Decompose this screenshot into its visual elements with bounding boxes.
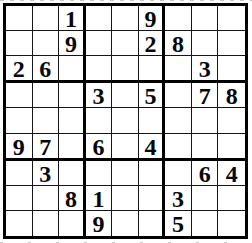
- cell-r2c7[interactable]: 8: [165, 31, 192, 56]
- given-digit: 5: [145, 84, 157, 108]
- cell-r1c9[interactable]: [218, 6, 245, 31]
- cell-r9c5[interactable]: [112, 211, 139, 236]
- cell-r6c7[interactable]: [165, 134, 192, 161]
- cell-r6c3[interactable]: [59, 134, 86, 161]
- given-digit: 6: [39, 57, 51, 81]
- cell-r9c6[interactable]: [139, 211, 166, 236]
- cell-r2c1[interactable]: [6, 31, 33, 56]
- cell-r3c9[interactable]: [218, 56, 245, 83]
- cell-r3c6[interactable]: [139, 56, 166, 83]
- cell-r6c4[interactable]: 6: [86, 134, 113, 161]
- cell-r3c8[interactable]: 3: [192, 56, 219, 83]
- sudoku-page: 199282633578976436481395: [0, 0, 252, 243]
- cell-r4c4[interactable]: 3: [86, 83, 113, 108]
- cell-r7c1[interactable]: [6, 161, 33, 186]
- cell-r7c2[interactable]: 3: [33, 161, 60, 186]
- cell-r1c3[interactable]: 1: [59, 6, 86, 31]
- cell-r9c1[interactable]: [6, 211, 33, 236]
- cell-r8c1[interactable]: [6, 186, 33, 211]
- cell-r3c7[interactable]: [165, 56, 192, 83]
- cell-r9c8[interactable]: [192, 211, 219, 236]
- given-digit: 2: [13, 57, 25, 81]
- cell-r2c2[interactable]: [33, 31, 60, 56]
- cell-r5c8[interactable]: [192, 108, 219, 133]
- given-digit: 8: [172, 32, 184, 56]
- cell-r6c6[interactable]: 4: [139, 134, 166, 161]
- given-digit: 3: [39, 162, 51, 186]
- cell-r5c5[interactable]: [112, 108, 139, 133]
- cell-r1c6[interactable]: 9: [139, 6, 166, 31]
- cell-r6c2[interactable]: 7: [33, 134, 60, 161]
- cell-r8c8[interactable]: [192, 186, 219, 211]
- page-top-dashed-line: [0, 0, 252, 1]
- cell-r7c8[interactable]: 6: [192, 161, 219, 186]
- cell-r5c1[interactable]: [6, 108, 33, 133]
- cell-r9c4[interactable]: 9: [86, 211, 113, 236]
- cell-r8c5[interactable]: [112, 186, 139, 211]
- given-digit: 7: [199, 84, 211, 108]
- given-digit: 1: [65, 7, 77, 31]
- cell-r8c4[interactable]: 1: [86, 186, 113, 211]
- cell-r4c5[interactable]: [112, 83, 139, 108]
- given-digit: 8: [65, 187, 77, 211]
- cell-r2c8[interactable]: [192, 31, 219, 56]
- cell-r5c7[interactable]: [165, 108, 192, 133]
- cell-r3c4[interactable]: [86, 56, 113, 83]
- cell-r7c3[interactable]: [59, 161, 86, 186]
- given-digit: 7: [39, 135, 51, 159]
- given-digit: 8: [226, 84, 238, 108]
- cell-r3c3[interactable]: [59, 56, 86, 83]
- cell-r2c5[interactable]: [112, 31, 139, 56]
- cell-r1c4[interactable]: [86, 6, 113, 31]
- given-digit: 6: [92, 135, 104, 159]
- cell-r4c2[interactable]: [33, 83, 60, 108]
- cell-r5c3[interactable]: [59, 108, 86, 133]
- cell-r2c4[interactable]: [86, 31, 113, 56]
- cell-r4c8[interactable]: 7: [192, 83, 219, 108]
- given-digit: 3: [172, 187, 184, 211]
- cell-r1c1[interactable]: [6, 6, 33, 31]
- given-digit: 3: [199, 57, 211, 81]
- cell-r5c2[interactable]: [33, 108, 60, 133]
- given-digit: 3: [92, 84, 104, 108]
- cell-r4c6[interactable]: 5: [139, 83, 166, 108]
- cell-r8c6[interactable]: [139, 186, 166, 211]
- cell-r1c8[interactable]: [192, 6, 219, 31]
- cell-r7c9[interactable]: 4: [218, 161, 245, 186]
- cell-r9c2[interactable]: [33, 211, 60, 236]
- cell-r6c5[interactable]: [112, 134, 139, 161]
- cell-r4c3[interactable]: [59, 83, 86, 108]
- given-digit: 1: [92, 187, 104, 211]
- cell-r1c7[interactable]: [165, 6, 192, 31]
- cell-r2c9[interactable]: [218, 31, 245, 56]
- cell-r5c9[interactable]: [218, 108, 245, 133]
- cell-r8c9[interactable]: [218, 186, 245, 211]
- cell-r1c5[interactable]: [112, 6, 139, 31]
- cell-r2c3[interactable]: 9: [59, 31, 86, 56]
- cell-r6c9[interactable]: [218, 134, 245, 161]
- cell-r4c9[interactable]: 8: [218, 83, 245, 108]
- cell-r6c8[interactable]: [192, 134, 219, 161]
- cell-r8c3[interactable]: 8: [59, 186, 86, 211]
- cell-r9c3[interactable]: [59, 211, 86, 236]
- cell-r4c7[interactable]: [165, 83, 192, 108]
- given-digit: 4: [226, 162, 238, 186]
- cell-r7c5[interactable]: [112, 161, 139, 186]
- cell-r1c2[interactable]: [33, 6, 60, 31]
- given-digit: 9: [65, 32, 77, 56]
- given-digit: 9: [13, 135, 25, 159]
- cell-r5c4[interactable]: [86, 108, 113, 133]
- given-digit: 5: [172, 212, 184, 236]
- cell-r3c2[interactable]: 6: [33, 56, 60, 83]
- cell-r7c4[interactable]: [86, 161, 113, 186]
- cell-r9c7[interactable]: 5: [165, 211, 192, 236]
- cell-r6c1[interactable]: 9: [6, 134, 33, 161]
- cell-r5c6[interactable]: [139, 108, 166, 133]
- cell-r7c6[interactable]: [139, 161, 166, 186]
- given-digit: 2: [145, 32, 157, 56]
- cell-r8c2[interactable]: [33, 186, 60, 211]
- cell-r2c6[interactable]: 2: [139, 31, 166, 56]
- cell-r8c7[interactable]: 3: [165, 186, 192, 211]
- cell-r3c5[interactable]: [112, 56, 139, 83]
- given-digit: 9: [145, 7, 157, 31]
- given-digit: 6: [199, 162, 211, 186]
- given-digit: 9: [92, 212, 104, 236]
- cell-r4c1[interactable]: [6, 83, 33, 108]
- cell-r7c7[interactable]: [165, 161, 192, 186]
- cell-r3c1[interactable]: 2: [6, 56, 33, 83]
- cell-r9c9[interactable]: [218, 211, 245, 236]
- sudoku-board: 199282633578976436481395: [3, 3, 248, 239]
- given-digit: 4: [145, 135, 157, 159]
